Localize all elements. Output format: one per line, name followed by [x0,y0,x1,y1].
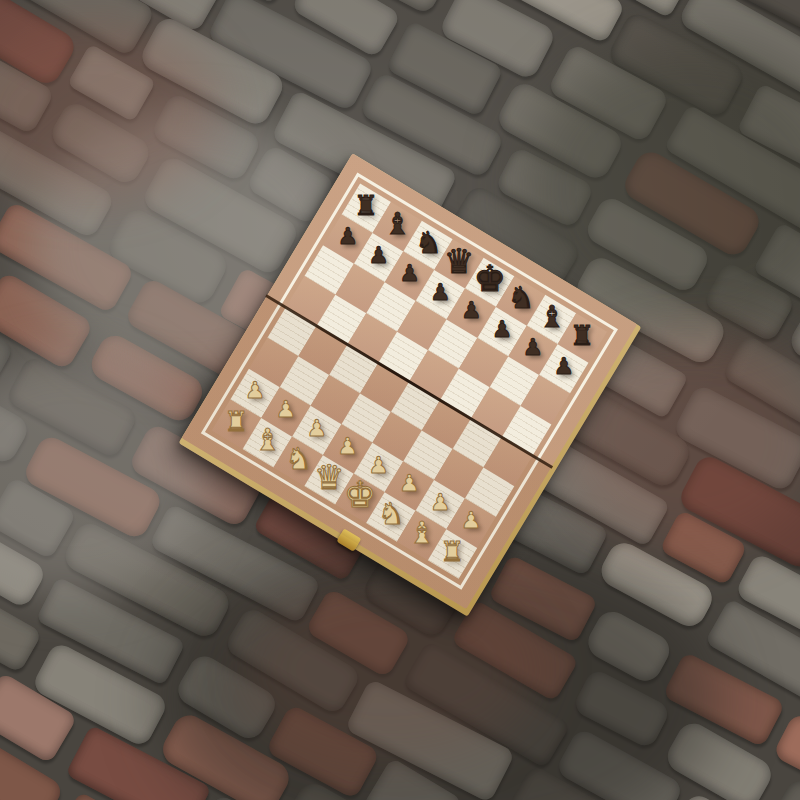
white-pawn[interactable]: ♟ [368,453,389,476]
black-pawn[interactable]: ♟ [337,225,358,248]
black-knight[interactable]: ♞ [415,227,442,257]
black-pawn[interactable]: ♟ [553,354,574,377]
black-rook[interactable]: ♜ [570,322,594,349]
white-knight[interactable]: ♞ [285,443,312,473]
white-bishop[interactable]: ♝ [408,517,435,547]
white-rook[interactable]: ♜ [224,408,248,435]
black-king[interactable]: ♚ [474,261,506,297]
black-rook[interactable]: ♜ [354,192,378,219]
white-pawn[interactable]: ♟ [337,435,358,458]
black-queen[interactable]: ♛ [444,244,474,278]
white-pawn[interactable]: ♟ [461,509,482,532]
white-rook[interactable]: ♜ [440,538,464,565]
black-pawn[interactable]: ♟ [430,280,451,303]
white-knight[interactable]: ♞ [377,499,404,529]
white-pawn[interactable]: ♟ [399,472,420,495]
black-pawn[interactable]: ♟ [368,243,389,266]
white-bishop[interactable]: ♝ [254,425,281,455]
cobblestone [767,776,800,800]
white-pawn[interactable]: ♟ [245,379,266,402]
black-knight[interactable]: ♞ [507,283,534,313]
white-pawn[interactable]: ♟ [430,490,451,513]
white-king[interactable]: ♚ [344,477,376,513]
black-pawn[interactable]: ♟ [492,317,513,340]
white-pawn[interactable]: ♟ [276,397,297,420]
black-pawn[interactable]: ♟ [523,336,544,359]
photo-stage: ♜♝♞♛♚♞♝♜♟♟♟♟♟♟♟♟♟♟♟♟♟♟♟♟♜♝♞♛♚♞♝♜ [0,0,800,800]
black-bishop[interactable]: ♝ [384,209,411,239]
white-pawn[interactable]: ♟ [306,416,327,439]
black-pawn[interactable]: ♟ [399,262,420,285]
black-bishop[interactable]: ♝ [538,301,565,331]
white-queen[interactable]: ♛ [314,460,344,494]
black-pawn[interactable]: ♟ [461,299,482,322]
